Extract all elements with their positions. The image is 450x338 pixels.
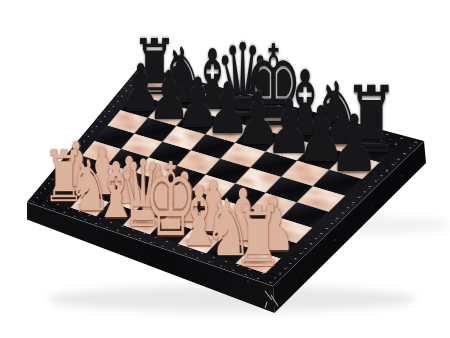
black-pawn-h7: ♟ (329, 105, 379, 184)
product-photo: ♜♞♝♟♟♛♟♚♟♝♟♞♟♜♟♟♟♟♜♟♞♟♝♟♛♟♚♟♝♟♞♜ (0, 0, 450, 338)
pieces-layer: ♜♞♝♟♟♛♟♚♟♝♟♞♟♜♟♟♟♟♜♟♞♟♝♟♛♟♚♟♝♟♞♜ (0, 0, 450, 338)
white-rook-h1: ♜ (233, 195, 283, 279)
